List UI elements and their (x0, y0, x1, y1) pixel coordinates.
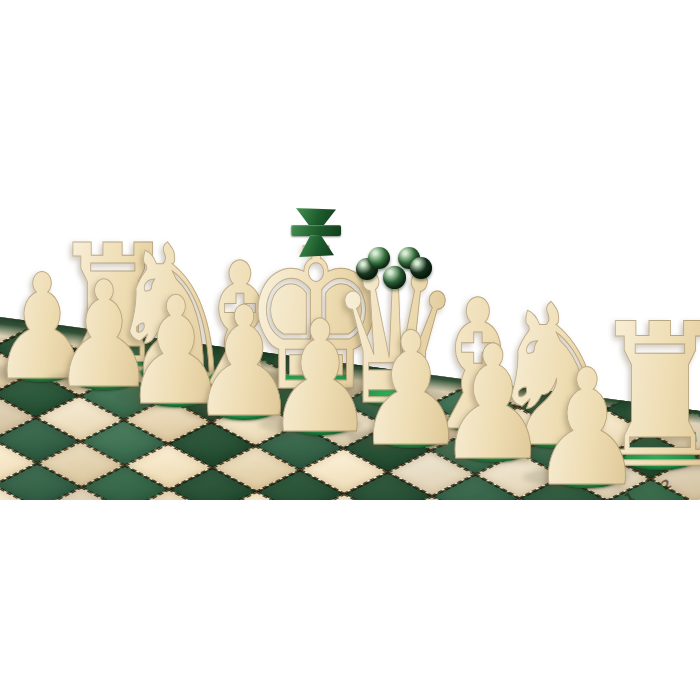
king-cross-finial (291, 208, 341, 258)
product-photo: 271 ♜♞♝♚♛♝♞♜♟♟♟♟♟♟♟♟ (0, 0, 700, 700)
king-cross-part (291, 225, 341, 236)
queen-crown-ball (410, 257, 432, 279)
king-cross-part (299, 235, 334, 257)
queen-crown-ball (383, 266, 406, 289)
white-pawn-a2[interactable]: ♟ (507, 348, 668, 509)
queen-crown-ball (368, 247, 390, 269)
pawn-glyph: ♟ (529, 348, 644, 509)
pieces-layer: ♜♞♝♚♛♝♞♜♟♟♟♟♟♟♟♟ (0, 0, 700, 700)
